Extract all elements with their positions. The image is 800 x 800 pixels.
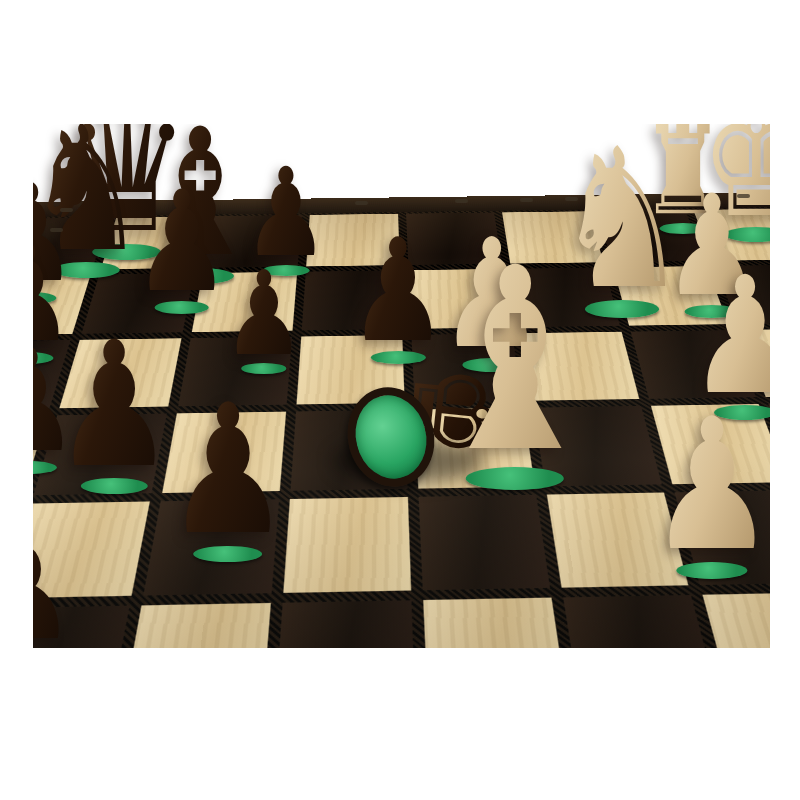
coordinate-mark — [50, 228, 63, 232]
dark-p-glyph: ♟ — [33, 506, 77, 648]
black-piece-cut-corner: ♟ — [33, 506, 92, 648]
white-bishop: ♝ — [402, 235, 629, 488]
light-b-glyph: ♝ — [427, 235, 604, 488]
black-pawn: ♟ — [212, 256, 316, 372]
white-pawn: ♟ — [631, 395, 770, 577]
pieces-layer: ♛♞♝♟♟♟♟♟♟♟♟♟♟♜♚♞♟♟♟♝♟♚ — [33, 124, 770, 648]
coordinate-mark — [520, 198, 533, 202]
coordinate-mark — [565, 197, 578, 201]
coordinate-mark — [455, 199, 468, 203]
black-pawn: ♟ — [148, 381, 308, 560]
light-p-glyph: ♟ — [648, 395, 770, 577]
dark-p-glyph: ♟ — [165, 381, 290, 560]
chess-set-photo: ♛♞♝♟♟♟♟♟♟♟♟♟♟♜♚♞♟♟♟♝♟♚ — [33, 124, 770, 648]
coordinate-mark — [60, 208, 73, 212]
product-photo: ♛♞♝♟♟♟♟♟♟♟♟♟♟♜♚♞♟♟♟♝♟♚ — [0, 0, 800, 800]
coordinate-mark — [737, 194, 750, 198]
coordinate-mark — [355, 201, 368, 205]
dark-p-glyph: ♟ — [223, 256, 304, 372]
